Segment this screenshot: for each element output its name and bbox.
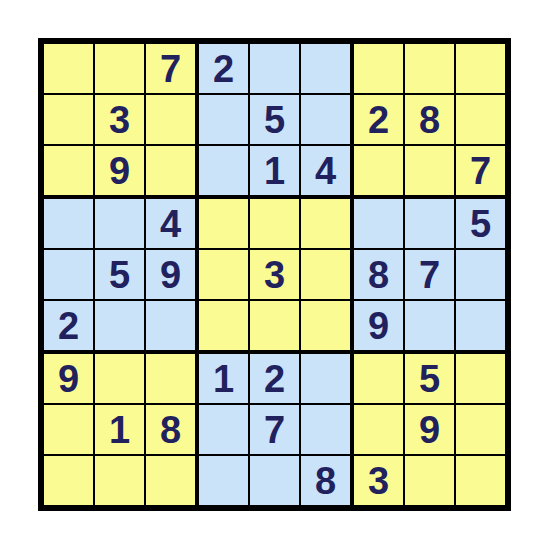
cell-r3c3[interactable] xyxy=(146,146,195,195)
block-3-2: 1278 xyxy=(199,354,350,505)
cell-r6c8[interactable] xyxy=(405,301,454,350)
cell-r9c9[interactable] xyxy=(456,456,505,505)
block-3-1: 918 xyxy=(44,354,195,505)
block-2-2: 3 xyxy=(199,199,350,350)
block-2-1: 4592 xyxy=(44,199,195,350)
cell-r8c1[interactable] xyxy=(44,405,93,454)
cell-r1c1[interactable] xyxy=(44,44,93,93)
cell-r1c8[interactable] xyxy=(405,44,454,93)
cell-r7c6[interactable] xyxy=(301,354,350,403)
cell-r9c2[interactable] xyxy=(95,456,144,505)
cell-r5c4[interactable] xyxy=(199,250,248,299)
cell-r8c3[interactable]: 8 xyxy=(146,405,195,454)
cell-r6c6[interactable] xyxy=(301,301,350,350)
cell-r6c1[interactable]: 2 xyxy=(44,301,93,350)
cell-r4c8[interactable] xyxy=(405,199,454,248)
cell-r2c1[interactable] xyxy=(44,95,93,144)
cell-r2c6[interactable] xyxy=(301,95,350,144)
cell-r7c2[interactable] xyxy=(95,354,144,403)
cell-r8c6[interactable] xyxy=(301,405,350,454)
cell-r5c1[interactable] xyxy=(44,250,93,299)
cell-r3c7[interactable] xyxy=(354,146,403,195)
cell-r2c9[interactable] xyxy=(456,95,505,144)
cell-r3c1[interactable] xyxy=(44,146,93,195)
cell-r3c8[interactable] xyxy=(405,146,454,195)
cell-r2c7[interactable]: 2 xyxy=(354,95,403,144)
cell-r9c6[interactable]: 8 xyxy=(301,456,350,505)
cell-r3c4[interactable] xyxy=(199,146,248,195)
block-1-3: 287 xyxy=(354,44,505,195)
cell-r1c4[interactable]: 2 xyxy=(199,44,248,93)
cell-r9c4[interactable] xyxy=(199,456,248,505)
cell-r9c3[interactable] xyxy=(146,456,195,505)
block-1-1: 739 xyxy=(44,44,195,195)
cell-r8c9[interactable] xyxy=(456,405,505,454)
cell-r7c1[interactable]: 9 xyxy=(44,354,93,403)
cell-r4c6[interactable] xyxy=(301,199,350,248)
cell-r4c7[interactable] xyxy=(354,199,403,248)
cell-r2c2[interactable]: 3 xyxy=(95,95,144,144)
cell-r3c6[interactable]: 4 xyxy=(301,146,350,195)
block-2-3: 5879 xyxy=(354,199,505,350)
cell-r5c8[interactable]: 7 xyxy=(405,250,454,299)
cell-r4c5[interactable] xyxy=(250,199,299,248)
sudoku-board: 73925142874592358799181278593 xyxy=(38,38,511,511)
cell-r7c8[interactable]: 5 xyxy=(405,354,454,403)
cell-r1c5[interactable] xyxy=(250,44,299,93)
cell-r7c9[interactable] xyxy=(456,354,505,403)
cell-r4c2[interactable] xyxy=(95,199,144,248)
block-1-2: 2514 xyxy=(199,44,350,195)
cell-r6c2[interactable] xyxy=(95,301,144,350)
cell-r3c5[interactable]: 1 xyxy=(250,146,299,195)
cell-r1c6[interactable] xyxy=(301,44,350,93)
cell-r9c7[interactable]: 3 xyxy=(354,456,403,505)
cell-r6c3[interactable] xyxy=(146,301,195,350)
cell-r7c5[interactable]: 2 xyxy=(250,354,299,403)
cell-r8c5[interactable]: 7 xyxy=(250,405,299,454)
cell-r2c5[interactable]: 5 xyxy=(250,95,299,144)
cell-r9c8[interactable] xyxy=(405,456,454,505)
cell-r3c9[interactable]: 7 xyxy=(456,146,505,195)
cell-r5c9[interactable] xyxy=(456,250,505,299)
cell-r4c9[interactable]: 5 xyxy=(456,199,505,248)
cell-r5c7[interactable]: 8 xyxy=(354,250,403,299)
cell-r6c5[interactable] xyxy=(250,301,299,350)
cell-r3c2[interactable]: 9 xyxy=(95,146,144,195)
cell-r5c5[interactable]: 3 xyxy=(250,250,299,299)
block-3-3: 593 xyxy=(354,354,505,505)
cell-r8c2[interactable]: 1 xyxy=(95,405,144,454)
cell-r5c2[interactable]: 5 xyxy=(95,250,144,299)
cell-r7c3[interactable] xyxy=(146,354,195,403)
cell-r7c7[interactable] xyxy=(354,354,403,403)
cell-r8c4[interactable] xyxy=(199,405,248,454)
cell-r2c4[interactable] xyxy=(199,95,248,144)
cell-r5c3[interactable]: 9 xyxy=(146,250,195,299)
cell-r1c2[interactable] xyxy=(95,44,144,93)
cell-r1c9[interactable] xyxy=(456,44,505,93)
cell-r4c4[interactable] xyxy=(199,199,248,248)
cell-r9c1[interactable] xyxy=(44,456,93,505)
cell-r2c3[interactable] xyxy=(146,95,195,144)
cell-r5c6[interactable] xyxy=(301,250,350,299)
cell-r6c7[interactable]: 9 xyxy=(354,301,403,350)
cell-r9c5[interactable] xyxy=(250,456,299,505)
cell-r4c3[interactable]: 4 xyxy=(146,199,195,248)
cell-r4c1[interactable] xyxy=(44,199,93,248)
cell-r1c3[interactable]: 7 xyxy=(146,44,195,93)
cell-r6c9[interactable] xyxy=(456,301,505,350)
cell-r1c7[interactable] xyxy=(354,44,403,93)
cell-r8c7[interactable] xyxy=(354,405,403,454)
cell-r6c4[interactable] xyxy=(199,301,248,350)
cell-r7c4[interactable]: 1 xyxy=(199,354,248,403)
cell-r8c8[interactable]: 9 xyxy=(405,405,454,454)
cell-r2c8[interactable]: 8 xyxy=(405,95,454,144)
